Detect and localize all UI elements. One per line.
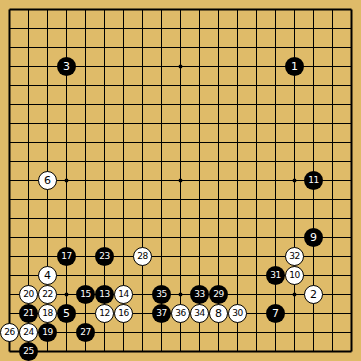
stones-grid: 1234567891011121314151617181920212223242… bbox=[0, 0, 361, 361]
stone-black-35: 35 bbox=[152, 285, 171, 304]
stone-white-4: 4 bbox=[38, 266, 57, 285]
stone-white-34: 34 bbox=[190, 304, 209, 323]
stone-white-8: 8 bbox=[209, 304, 228, 323]
move-number: 37 bbox=[156, 309, 166, 318]
move-number: 6 bbox=[44, 175, 51, 186]
move-number: 14 bbox=[118, 290, 128, 299]
move-number: 4 bbox=[44, 270, 51, 281]
move-number: 23 bbox=[99, 252, 109, 261]
move-number: 17 bbox=[61, 252, 71, 261]
stone-white-28: 28 bbox=[133, 247, 152, 266]
stone-white-22: 22 bbox=[38, 285, 57, 304]
move-number: 18 bbox=[42, 309, 52, 318]
move-number: 34 bbox=[194, 309, 204, 318]
move-number: 10 bbox=[289, 271, 299, 280]
move-number: 3 bbox=[63, 61, 70, 72]
move-number: 28 bbox=[137, 252, 147, 261]
stone-black-15: 15 bbox=[76, 285, 95, 304]
stone-black-17: 17 bbox=[57, 247, 76, 266]
move-number: 16 bbox=[118, 309, 128, 318]
move-number: 1 bbox=[291, 61, 298, 72]
stone-black-27: 27 bbox=[76, 323, 95, 342]
stone-white-24: 24 bbox=[19, 323, 38, 342]
stone-white-10: 10 bbox=[285, 266, 304, 285]
move-number: 12 bbox=[99, 309, 109, 318]
stone-black-25: 25 bbox=[19, 342, 38, 361]
move-number: 21 bbox=[23, 309, 33, 318]
stone-black-31: 31 bbox=[266, 266, 285, 285]
move-number: 30 bbox=[232, 309, 242, 318]
move-number: 35 bbox=[156, 290, 166, 299]
stone-black-11: 11 bbox=[304, 171, 323, 190]
stone-white-16: 16 bbox=[114, 304, 133, 323]
stone-white-18: 18 bbox=[38, 304, 57, 323]
stone-white-20: 20 bbox=[19, 285, 38, 304]
move-number: 8 bbox=[215, 308, 222, 319]
stone-white-32: 32 bbox=[285, 247, 304, 266]
move-number: 31 bbox=[270, 271, 280, 280]
stone-black-21: 21 bbox=[19, 304, 38, 323]
move-number: 32 bbox=[289, 252, 299, 261]
stone-black-1: 1 bbox=[285, 57, 304, 76]
move-number: 2 bbox=[310, 289, 317, 300]
go-board[interactable]: 1234567891011121314151617181920212223242… bbox=[0, 0, 361, 361]
stone-black-7: 7 bbox=[266, 304, 285, 323]
move-number: 11 bbox=[308, 176, 318, 185]
stone-black-5: 5 bbox=[57, 304, 76, 323]
move-number: 7 bbox=[272, 308, 279, 319]
move-number: 27 bbox=[80, 328, 90, 337]
stone-black-13: 13 bbox=[95, 285, 114, 304]
move-number: 22 bbox=[42, 290, 52, 299]
stone-white-12: 12 bbox=[95, 304, 114, 323]
move-number: 19 bbox=[42, 328, 52, 337]
stone-white-2: 2 bbox=[304, 285, 323, 304]
move-number: 36 bbox=[175, 309, 185, 318]
move-number: 29 bbox=[213, 290, 223, 299]
stone-white-6: 6 bbox=[38, 171, 57, 190]
move-number: 25 bbox=[23, 347, 33, 356]
move-number: 24 bbox=[23, 328, 33, 337]
stone-black-9: 9 bbox=[304, 228, 323, 247]
stone-black-19: 19 bbox=[38, 323, 57, 342]
stone-white-26: 26 bbox=[0, 323, 19, 342]
move-number: 26 bbox=[4, 328, 14, 337]
stone-white-14: 14 bbox=[114, 285, 133, 304]
move-number: 13 bbox=[99, 290, 109, 299]
move-number: 33 bbox=[194, 290, 204, 299]
stone-white-30: 30 bbox=[228, 304, 247, 323]
move-number: 15 bbox=[80, 290, 90, 299]
stone-black-37: 37 bbox=[152, 304, 171, 323]
stone-black-23: 23 bbox=[95, 247, 114, 266]
stone-black-33: 33 bbox=[190, 285, 209, 304]
move-number: 9 bbox=[310, 232, 317, 243]
stone-black-29: 29 bbox=[209, 285, 228, 304]
move-number: 20 bbox=[23, 290, 33, 299]
move-number: 5 bbox=[63, 308, 70, 319]
stone-white-36: 36 bbox=[171, 304, 190, 323]
stone-black-3: 3 bbox=[57, 57, 76, 76]
